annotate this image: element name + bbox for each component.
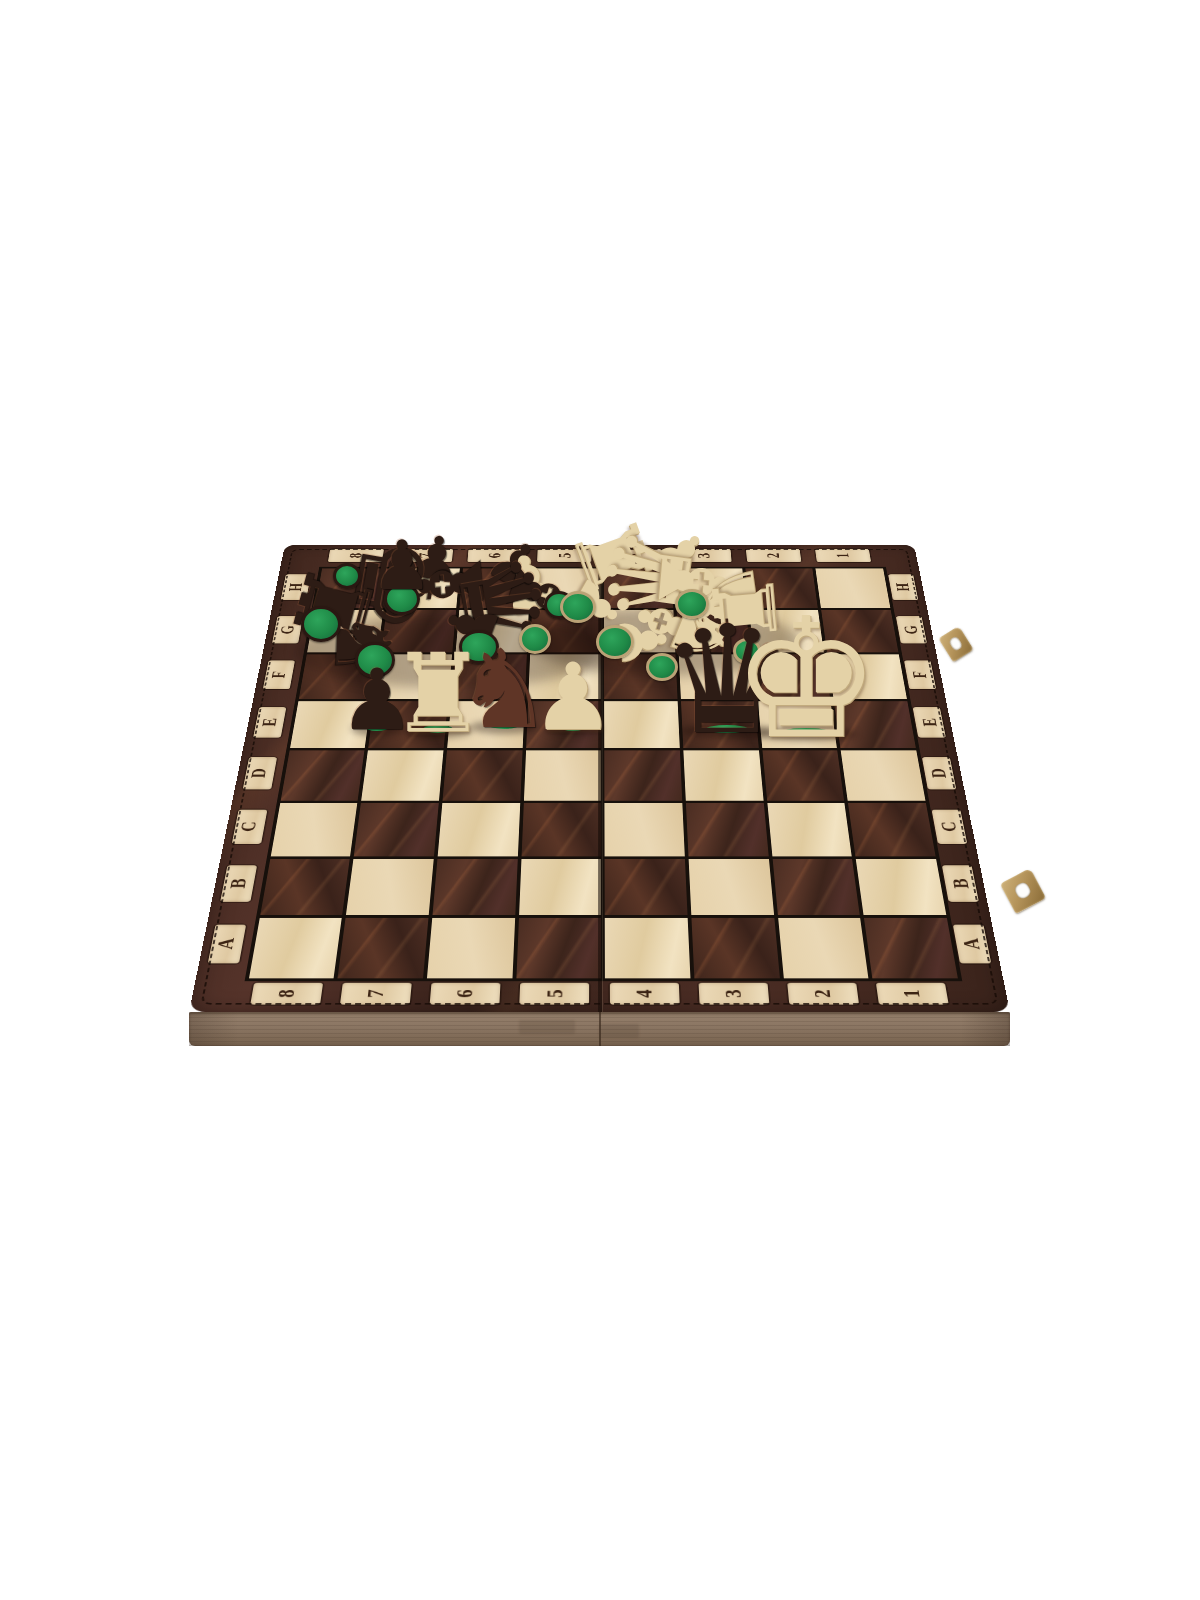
coord-label-bottom-3: 3	[698, 983, 769, 1005]
coord-label-bottom-2: 2	[787, 983, 859, 1005]
square-f7	[375, 654, 452, 699]
square-d6	[443, 751, 523, 801]
coord-label-right-a-text: A	[958, 938, 985, 950]
square-a4	[605, 918, 690, 978]
square-a2	[778, 918, 869, 978]
coord-label-right-g: G	[896, 616, 927, 643]
coord-label-bottom-8: 8	[250, 983, 323, 1005]
coord-label-bottom-5: 5	[520, 983, 590, 1005]
square-e4	[604, 701, 679, 748]
square-b1	[856, 859, 946, 916]
coord-label-right-g-text: G	[900, 625, 923, 634]
square-g8	[307, 610, 384, 652]
coord-label-top-4: 4	[607, 549, 661, 562]
coord-label-top-3-text: 3	[694, 553, 714, 558]
embossed-stamp	[599, 1024, 639, 1038]
square-e8	[290, 701, 372, 748]
square-c6	[438, 803, 520, 856]
coord-label-right-h-text: H	[892, 583, 914, 591]
coord-label-left-h-text: H	[285, 583, 307, 591]
square-h8	[315, 568, 390, 608]
coord-label-bottom-4: 4	[609, 983, 679, 1005]
coord-label-left-d: D	[243, 757, 277, 789]
coord-label-right-b: B	[942, 865, 979, 901]
coord-label-left-d-text: D	[248, 768, 273, 778]
board-apron	[189, 1012, 1010, 1046]
square-b7	[346, 859, 434, 916]
coord-label-left-c-text: C	[237, 821, 263, 831]
clasp-hole	[948, 635, 964, 652]
coord-label-top-4-text: 4	[624, 553, 644, 558]
square-e6	[447, 701, 524, 748]
square-h6	[459, 568, 530, 608]
square-a3	[692, 918, 780, 978]
square-a6	[427, 918, 515, 978]
square-c5	[521, 803, 601, 856]
square-e1	[834, 701, 916, 748]
coord-label-left-g: G	[272, 616, 303, 643]
square-b6	[432, 859, 517, 916]
square-d1	[841, 751, 926, 801]
square-d8	[280, 751, 364, 801]
square-g4	[604, 610, 675, 652]
embossed-stamp	[519, 1020, 575, 1034]
coord-label-top-1: 1	[815, 549, 871, 562]
board-squares	[244, 566, 962, 981]
coord-label-left-a: A	[208, 925, 246, 964]
coord-label-right-a: A	[953, 925, 991, 964]
square-d5	[524, 751, 602, 801]
square-h5	[532, 568, 601, 608]
square-g7	[381, 610, 456, 652]
coord-label-right-e-text: E	[917, 718, 941, 726]
coord-label-left-e: E	[253, 707, 286, 737]
brass-clasp-2	[1000, 868, 1046, 914]
coord-label-left-f-text: F	[267, 671, 290, 678]
square-h4	[604, 568, 673, 608]
coord-label-top-5-text: 5	[555, 553, 575, 558]
coord-label-left-e-text: E	[258, 718, 282, 726]
coord-label-right-d: D	[922, 757, 956, 789]
coord-label-right-b-text: B	[947, 878, 973, 888]
coord-label-top-3: 3	[676, 549, 731, 562]
coord-label-top-5: 5	[537, 549, 591, 562]
square-b3	[689, 859, 774, 916]
coord-label-top-6: 6	[467, 549, 522, 562]
square-e3	[681, 701, 759, 748]
square-g6	[456, 610, 529, 652]
square-c4	[605, 803, 685, 856]
square-f3	[679, 654, 754, 699]
square-g5	[530, 610, 601, 652]
brass-clasp-1	[938, 626, 973, 662]
square-g1	[822, 610, 899, 652]
coord-label-bottom-1: 1	[876, 983, 949, 1005]
coord-label-right-c: C	[932, 809, 968, 843]
square-b2	[772, 859, 860, 916]
coord-label-right-c-text: C	[937, 821, 963, 831]
square-e7	[368, 701, 448, 748]
square-a5	[516, 918, 601, 978]
fold-seam	[598, 545, 602, 1012]
coord-label-right-d-text: D	[927, 768, 952, 778]
square-d2	[762, 751, 844, 801]
square-e5	[526, 701, 601, 748]
coord-label-bottom-7-text: 7	[363, 990, 390, 998]
coord-label-bottom-6: 6	[430, 983, 501, 1005]
square-c2	[767, 803, 852, 856]
square-e2	[758, 701, 838, 748]
square-f5	[528, 654, 601, 699]
clasp-hole	[1013, 880, 1034, 901]
coord-label-left-b: B	[220, 865, 257, 901]
coord-label-top-2: 2	[746, 549, 802, 562]
coord-label-right-f: F	[904, 660, 936, 689]
square-a8	[249, 918, 342, 978]
coord-label-left-h: H	[281, 574, 311, 600]
coord-label-top-6-text: 6	[485, 553, 505, 558]
coord-label-left-f: F	[263, 660, 295, 689]
coord-label-bottom-5-text: 5	[542, 990, 568, 998]
coord-label-bottom-7: 7	[340, 983, 412, 1005]
coord-label-right-f-text: F	[909, 671, 932, 678]
coord-label-bottom-2-text: 2	[810, 990, 837, 998]
square-b4	[605, 859, 688, 916]
square-a1	[864, 918, 958, 978]
coord-label-top-1-text: 1	[833, 553, 854, 558]
square-c1	[848, 803, 935, 856]
square-c3	[686, 803, 769, 856]
coord-label-right-e: E	[913, 707, 946, 737]
square-d7	[361, 751, 443, 801]
square-f4	[604, 654, 677, 699]
square-d4	[605, 751, 683, 801]
coord-label-bottom-3-text: 3	[720, 990, 746, 998]
coord-label-top-8: 8	[328, 549, 384, 562]
coord-label-bottom-4-text: 4	[631, 990, 657, 998]
coord-label-right-h: H	[888, 574, 918, 600]
square-h3	[675, 568, 746, 608]
square-b8	[260, 859, 350, 916]
chess-board: HH88GG77FF66EE55DD44CC33BB22AA11	[189, 545, 1010, 1012]
coord-label-left-a-text: A	[213, 938, 240, 950]
square-f6	[451, 654, 526, 699]
square-h2	[745, 568, 818, 608]
coord-label-top-8-text: 8	[345, 553, 366, 558]
square-h1	[816, 568, 891, 608]
square-g3	[677, 610, 750, 652]
apron-fold-seam	[599, 1012, 601, 1046]
square-h7	[387, 568, 460, 608]
square-b5	[519, 859, 602, 916]
coord-label-top-7-text: 7	[415, 553, 436, 558]
coord-label-left-b-text: B	[225, 878, 251, 888]
coord-label-top-7: 7	[398, 549, 454, 562]
square-f8	[298, 654, 377, 699]
coord-label-left-g-text: G	[276, 625, 299, 634]
square-a7	[338, 918, 429, 978]
square-f2	[753, 654, 830, 699]
coord-label-top-2-text: 2	[763, 553, 784, 558]
coord-label-left-c: C	[232, 809, 268, 843]
coord-label-bottom-6-text: 6	[452, 990, 478, 998]
coord-label-bottom-8-text: 8	[273, 990, 300, 998]
coord-label-bottom-1-text: 1	[899, 990, 926, 998]
square-c8	[270, 803, 357, 856]
square-f1	[828, 654, 907, 699]
square-c7	[354, 803, 439, 856]
square-g2	[749, 610, 824, 652]
product-photo-stage: HH88GG77FF66EE55DD44CC33BB22AA11 ♜♚♟♝♛♟♝…	[0, 0, 1200, 1600]
square-d3	[683, 751, 763, 801]
